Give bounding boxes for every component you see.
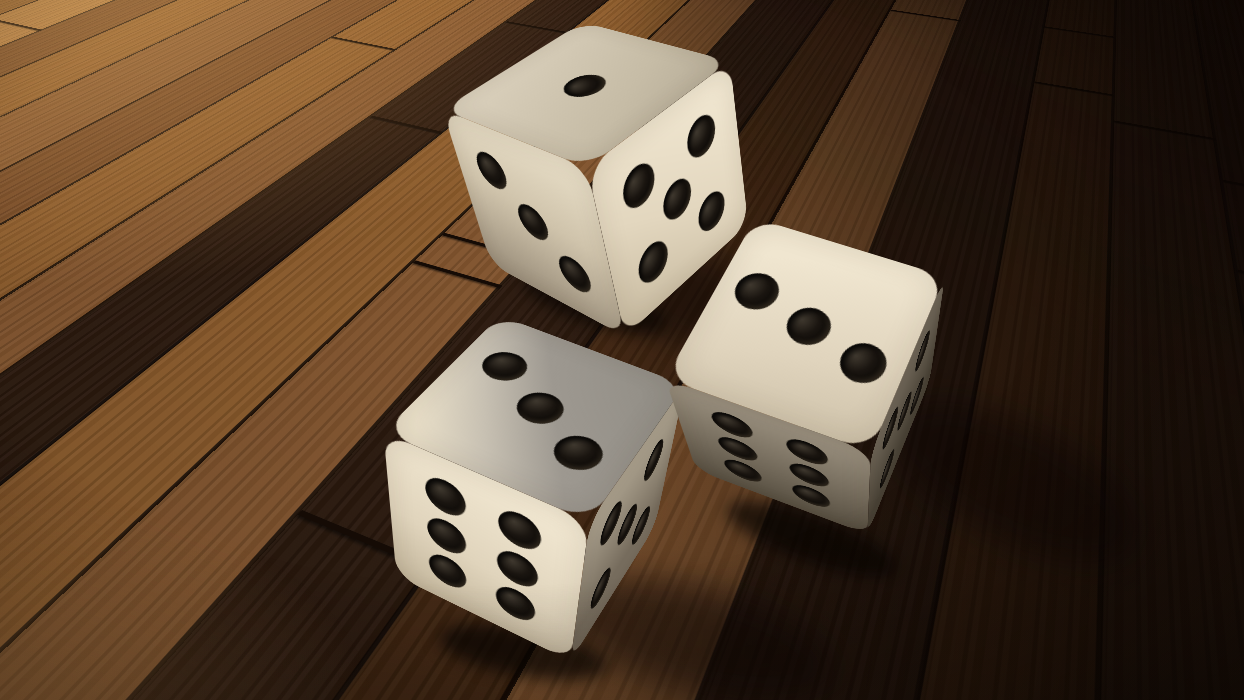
pip	[642, 431, 666, 490]
pip	[514, 198, 552, 246]
pip	[472, 147, 510, 194]
die-right	[708, 275, 916, 483]
pip	[723, 455, 764, 486]
pip	[498, 505, 542, 556]
pip	[548, 431, 606, 474]
scene	[0, 0, 1244, 700]
pip	[497, 544, 539, 592]
pip	[496, 581, 536, 627]
pip	[733, 271, 780, 311]
pip	[555, 71, 615, 101]
pip	[511, 388, 568, 427]
pip	[477, 349, 532, 385]
pip	[556, 251, 595, 299]
pip	[636, 234, 671, 292]
die-cube	[446, 370, 641, 590]
die-cube	[509, 40, 676, 298]
die-bottom-left	[425, 375, 644, 594]
die-top	[487, 54, 718, 285]
pip	[660, 170, 693, 228]
pip	[685, 107, 717, 165]
pip	[426, 511, 465, 559]
pip	[838, 342, 889, 386]
pip	[697, 184, 727, 239]
pip	[620, 155, 657, 216]
die-cube	[712, 294, 909, 454]
pip	[428, 548, 466, 593]
pip	[424, 471, 465, 522]
pip	[785, 305, 834, 347]
